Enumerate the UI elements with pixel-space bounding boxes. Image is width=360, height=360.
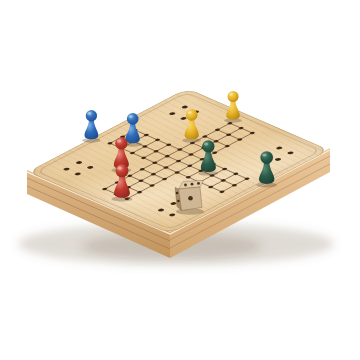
pawn-green-6[interactable] [196, 138, 221, 176]
pawn-yellow-1[interactable] [222, 89, 244, 123]
pawn-green-7[interactable] [254, 149, 279, 188]
die[interactable] [170, 177, 208, 215]
die-front-pip [188, 196, 193, 201]
product-photo [0, 0, 360, 360]
pieces-layer [0, 0, 360, 360]
pawn-blue-2[interactable] [80, 108, 103, 143]
pawn-red-8[interactable] [109, 162, 135, 202]
